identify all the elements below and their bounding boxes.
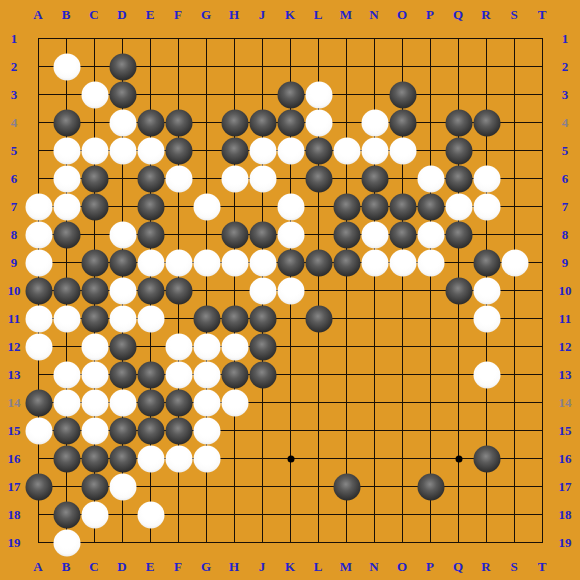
white-stone[interactable] xyxy=(249,137,276,164)
col-label-bottom: K xyxy=(285,560,295,573)
black-stone[interactable] xyxy=(389,109,416,136)
white-stone[interactable] xyxy=(53,389,80,416)
row-label-left: 13 xyxy=(8,368,21,381)
row-label-right: 6 xyxy=(562,172,569,185)
row-label-left: 3 xyxy=(11,88,18,101)
white-stone[interactable] xyxy=(25,221,52,248)
row-label-left: 10 xyxy=(8,284,21,297)
black-stone[interactable] xyxy=(473,109,500,136)
col-label-top: G xyxy=(201,8,211,21)
row-label-right: 11 xyxy=(559,312,571,325)
black-stone[interactable] xyxy=(165,109,192,136)
black-stone[interactable] xyxy=(53,417,80,444)
col-label-bottom: C xyxy=(89,560,98,573)
star-point xyxy=(455,455,462,462)
col-label-top: Q xyxy=(453,8,463,21)
white-stone[interactable] xyxy=(305,109,332,136)
white-stone[interactable] xyxy=(277,277,304,304)
col-label-bottom: B xyxy=(62,560,71,573)
white-stone[interactable] xyxy=(193,249,220,276)
white-stone[interactable] xyxy=(389,137,416,164)
white-stone[interactable] xyxy=(25,305,52,332)
black-stone[interactable] xyxy=(305,165,332,192)
grid-line-vertical xyxy=(542,38,543,543)
black-stone[interactable] xyxy=(333,221,360,248)
white-stone[interactable] xyxy=(81,501,108,528)
white-stone[interactable] xyxy=(193,361,220,388)
black-stone[interactable] xyxy=(25,277,52,304)
white-stone[interactable] xyxy=(221,165,248,192)
black-stone[interactable] xyxy=(25,389,52,416)
white-stone[interactable] xyxy=(53,137,80,164)
white-stone[interactable] xyxy=(445,193,472,220)
white-stone[interactable] xyxy=(109,109,136,136)
row-label-left: 12 xyxy=(8,340,21,353)
col-label-bottom: T xyxy=(538,560,547,573)
black-stone[interactable] xyxy=(305,137,332,164)
white-stone[interactable] xyxy=(137,137,164,164)
col-label-bottom: Q xyxy=(453,560,463,573)
col-label-top: S xyxy=(510,8,517,21)
white-stone[interactable] xyxy=(53,305,80,332)
black-stone[interactable] xyxy=(53,109,80,136)
col-label-top: H xyxy=(229,8,239,21)
row-label-right: 3 xyxy=(562,88,569,101)
black-stone[interactable] xyxy=(109,361,136,388)
black-stone[interactable] xyxy=(221,361,248,388)
black-stone[interactable] xyxy=(137,165,164,192)
row-label-left: 15 xyxy=(8,424,21,437)
white-stone[interactable] xyxy=(361,137,388,164)
black-stone[interactable] xyxy=(137,109,164,136)
black-stone[interactable] xyxy=(81,193,108,220)
white-stone[interactable] xyxy=(25,193,52,220)
black-stone[interactable] xyxy=(417,473,444,500)
row-label-right: 7 xyxy=(562,200,569,213)
black-stone[interactable] xyxy=(81,277,108,304)
row-label-right: 10 xyxy=(559,284,572,297)
col-label-bottom: M xyxy=(340,560,352,573)
black-stone[interactable] xyxy=(389,193,416,220)
black-stone[interactable] xyxy=(137,277,164,304)
black-stone[interactable] xyxy=(53,445,80,472)
row-label-right: 16 xyxy=(559,452,572,465)
black-stone[interactable] xyxy=(305,249,332,276)
black-stone[interactable] xyxy=(361,193,388,220)
row-label-right: 8 xyxy=(562,228,569,241)
col-label-bottom: E xyxy=(146,560,155,573)
white-stone[interactable] xyxy=(249,165,276,192)
row-label-right: 18 xyxy=(559,508,572,521)
black-stone[interactable] xyxy=(249,361,276,388)
col-label-top: P xyxy=(426,8,434,21)
white-stone[interactable] xyxy=(473,305,500,332)
white-stone[interactable] xyxy=(53,193,80,220)
white-stone[interactable] xyxy=(109,389,136,416)
white-stone[interactable] xyxy=(165,333,192,360)
col-label-top: B xyxy=(62,8,71,21)
row-label-left: 7 xyxy=(11,200,18,213)
white-stone[interactable] xyxy=(193,333,220,360)
black-stone[interactable] xyxy=(109,333,136,360)
row-label-left: 2 xyxy=(11,60,18,73)
white-stone[interactable] xyxy=(137,501,164,528)
black-stone[interactable] xyxy=(137,193,164,220)
white-stone[interactable] xyxy=(417,249,444,276)
white-stone[interactable] xyxy=(361,249,388,276)
black-stone[interactable] xyxy=(81,445,108,472)
black-stone[interactable] xyxy=(473,445,500,472)
black-stone[interactable] xyxy=(109,81,136,108)
white-stone[interactable] xyxy=(53,53,80,80)
white-stone[interactable] xyxy=(193,417,220,444)
white-stone[interactable] xyxy=(417,165,444,192)
row-label-left: 9 xyxy=(11,256,18,269)
black-stone[interactable] xyxy=(389,81,416,108)
black-stone[interactable] xyxy=(249,109,276,136)
black-stone[interactable] xyxy=(445,137,472,164)
black-stone[interactable] xyxy=(445,109,472,136)
row-label-left: 18 xyxy=(8,508,21,521)
black-stone[interactable] xyxy=(25,473,52,500)
row-label-right: 19 xyxy=(559,536,572,549)
black-stone[interactable] xyxy=(333,249,360,276)
black-stone[interactable] xyxy=(53,277,80,304)
black-stone[interactable] xyxy=(333,193,360,220)
black-stone[interactable] xyxy=(137,221,164,248)
row-label-left: 14 xyxy=(8,396,21,409)
row-label-left: 6 xyxy=(11,172,18,185)
white-stone[interactable] xyxy=(81,333,108,360)
black-stone[interactable] xyxy=(221,221,248,248)
col-label-bottom: O xyxy=(397,560,407,573)
black-stone[interactable] xyxy=(417,193,444,220)
black-stone[interactable] xyxy=(221,109,248,136)
white-stone[interactable] xyxy=(25,333,52,360)
row-label-right: 12 xyxy=(559,340,572,353)
col-label-top: J xyxy=(259,8,266,21)
col-label-top: L xyxy=(314,8,323,21)
white-stone[interactable] xyxy=(501,249,528,276)
white-stone[interactable] xyxy=(81,361,108,388)
col-label-bottom: P xyxy=(426,560,434,573)
black-stone[interactable] xyxy=(165,417,192,444)
black-stone[interactable] xyxy=(361,165,388,192)
white-stone[interactable] xyxy=(305,81,332,108)
black-stone[interactable] xyxy=(389,221,416,248)
col-label-top: D xyxy=(117,8,126,21)
black-stone[interactable] xyxy=(109,249,136,276)
col-label-top: O xyxy=(397,8,407,21)
white-stone[interactable] xyxy=(81,137,108,164)
row-label-right: 9 xyxy=(562,256,569,269)
row-label-right: 2 xyxy=(562,60,569,73)
grid-line-vertical xyxy=(346,38,347,543)
white-stone[interactable] xyxy=(109,137,136,164)
white-stone[interactable] xyxy=(53,361,80,388)
white-stone[interactable] xyxy=(417,221,444,248)
col-label-bottom: J xyxy=(259,560,266,573)
row-label-left: 1 xyxy=(11,32,18,45)
col-label-top: N xyxy=(369,8,378,21)
white-stone[interactable] xyxy=(277,137,304,164)
black-stone[interactable] xyxy=(249,333,276,360)
row-label-right: 17 xyxy=(559,480,572,493)
black-stone[interactable] xyxy=(53,221,80,248)
black-stone[interactable] xyxy=(81,473,108,500)
star-point xyxy=(287,455,294,462)
go-board[interactable]: AABBCCDDEEFFGGHHJJKKLLMMNNOOPPQQRRSSTT11… xyxy=(0,0,580,580)
white-stone[interactable] xyxy=(193,193,220,220)
white-stone[interactable] xyxy=(81,389,108,416)
white-stone[interactable] xyxy=(193,389,220,416)
black-stone[interactable] xyxy=(109,53,136,80)
white-stone[interactable] xyxy=(137,305,164,332)
black-stone[interactable] xyxy=(137,389,164,416)
white-stone[interactable] xyxy=(249,277,276,304)
row-label-left: 4 xyxy=(11,116,18,129)
grid-line-horizontal xyxy=(38,514,543,515)
white-stone[interactable] xyxy=(53,529,80,556)
white-stone[interactable] xyxy=(25,417,52,444)
col-label-top: A xyxy=(33,8,42,21)
white-stone[interactable] xyxy=(25,249,52,276)
white-stone[interactable] xyxy=(473,361,500,388)
row-label-right: 1 xyxy=(562,32,569,45)
white-stone[interactable] xyxy=(277,221,304,248)
row-label-left: 11 xyxy=(8,312,20,325)
white-stone[interactable] xyxy=(165,361,192,388)
black-stone[interactable] xyxy=(109,417,136,444)
white-stone[interactable] xyxy=(277,193,304,220)
col-label-top: T xyxy=(538,8,547,21)
white-stone[interactable] xyxy=(361,221,388,248)
black-stone[interactable] xyxy=(445,221,472,248)
row-label-left: 17 xyxy=(8,480,21,493)
row-label-right: 13 xyxy=(559,368,572,381)
white-stone[interactable] xyxy=(473,277,500,304)
black-stone[interactable] xyxy=(473,249,500,276)
black-stone[interactable] xyxy=(81,165,108,192)
black-stone[interactable] xyxy=(221,305,248,332)
white-stone[interactable] xyxy=(221,389,248,416)
white-stone[interactable] xyxy=(333,137,360,164)
black-stone[interactable] xyxy=(193,305,220,332)
grid-line-vertical xyxy=(514,38,515,543)
black-stone[interactable] xyxy=(53,501,80,528)
black-stone[interactable] xyxy=(137,417,164,444)
col-label-bottom: G xyxy=(201,560,211,573)
col-label-bottom: D xyxy=(117,560,126,573)
black-stone[interactable] xyxy=(445,165,472,192)
col-label-top: F xyxy=(174,8,182,21)
col-label-top: E xyxy=(146,8,155,21)
black-stone[interactable] xyxy=(277,81,304,108)
col-label-top: M xyxy=(340,8,352,21)
white-stone[interactable] xyxy=(137,445,164,472)
white-stone[interactable] xyxy=(221,333,248,360)
col-label-top: C xyxy=(89,8,98,21)
white-stone[interactable] xyxy=(473,193,500,220)
white-stone[interactable] xyxy=(109,221,136,248)
black-stone[interactable] xyxy=(221,137,248,164)
col-label-bottom: F xyxy=(174,560,182,573)
white-stone[interactable] xyxy=(165,445,192,472)
white-stone[interactable] xyxy=(193,445,220,472)
black-stone[interactable] xyxy=(109,445,136,472)
col-label-bottom: S xyxy=(510,560,517,573)
col-label-top: R xyxy=(481,8,490,21)
black-stone[interactable] xyxy=(277,109,304,136)
row-label-right: 15 xyxy=(559,424,572,437)
black-stone[interactable] xyxy=(81,305,108,332)
white-stone[interactable] xyxy=(81,417,108,444)
col-label-bottom: L xyxy=(314,560,323,573)
white-stone[interactable] xyxy=(137,249,164,276)
row-label-left: 16 xyxy=(8,452,21,465)
grid-line-horizontal xyxy=(38,542,543,543)
row-label-left: 19 xyxy=(8,536,21,549)
white-stone[interactable] xyxy=(109,305,136,332)
white-stone[interactable] xyxy=(221,249,248,276)
black-stone[interactable] xyxy=(165,137,192,164)
black-stone[interactable] xyxy=(333,473,360,500)
black-stone[interactable] xyxy=(277,249,304,276)
black-stone[interactable] xyxy=(165,277,192,304)
col-label-bottom: H xyxy=(229,560,239,573)
grid-line-vertical xyxy=(430,38,431,543)
white-stone[interactable] xyxy=(109,277,136,304)
col-label-top: K xyxy=(285,8,295,21)
row-label-right: 14 xyxy=(559,396,572,409)
white-stone[interactable] xyxy=(249,249,276,276)
black-stone[interactable] xyxy=(137,361,164,388)
col-label-bottom: R xyxy=(481,560,490,573)
black-stone[interactable] xyxy=(165,389,192,416)
white-stone[interactable] xyxy=(53,165,80,192)
row-label-left: 5 xyxy=(11,144,18,157)
white-stone[interactable] xyxy=(473,165,500,192)
row-label-left: 8 xyxy=(11,228,18,241)
row-label-right: 4 xyxy=(562,116,569,129)
white-stone[interactable] xyxy=(389,249,416,276)
row-label-right: 5 xyxy=(562,144,569,157)
white-stone[interactable] xyxy=(361,109,388,136)
white-stone[interactable] xyxy=(165,249,192,276)
black-stone[interactable] xyxy=(249,221,276,248)
black-stone[interactable] xyxy=(445,277,472,304)
white-stone[interactable] xyxy=(109,473,136,500)
black-stone[interactable] xyxy=(305,305,332,332)
black-stone[interactable] xyxy=(81,249,108,276)
white-stone[interactable] xyxy=(81,81,108,108)
col-label-bottom: N xyxy=(369,560,378,573)
black-stone[interactable] xyxy=(249,305,276,332)
col-label-bottom: A xyxy=(33,560,42,573)
white-stone[interactable] xyxy=(165,165,192,192)
